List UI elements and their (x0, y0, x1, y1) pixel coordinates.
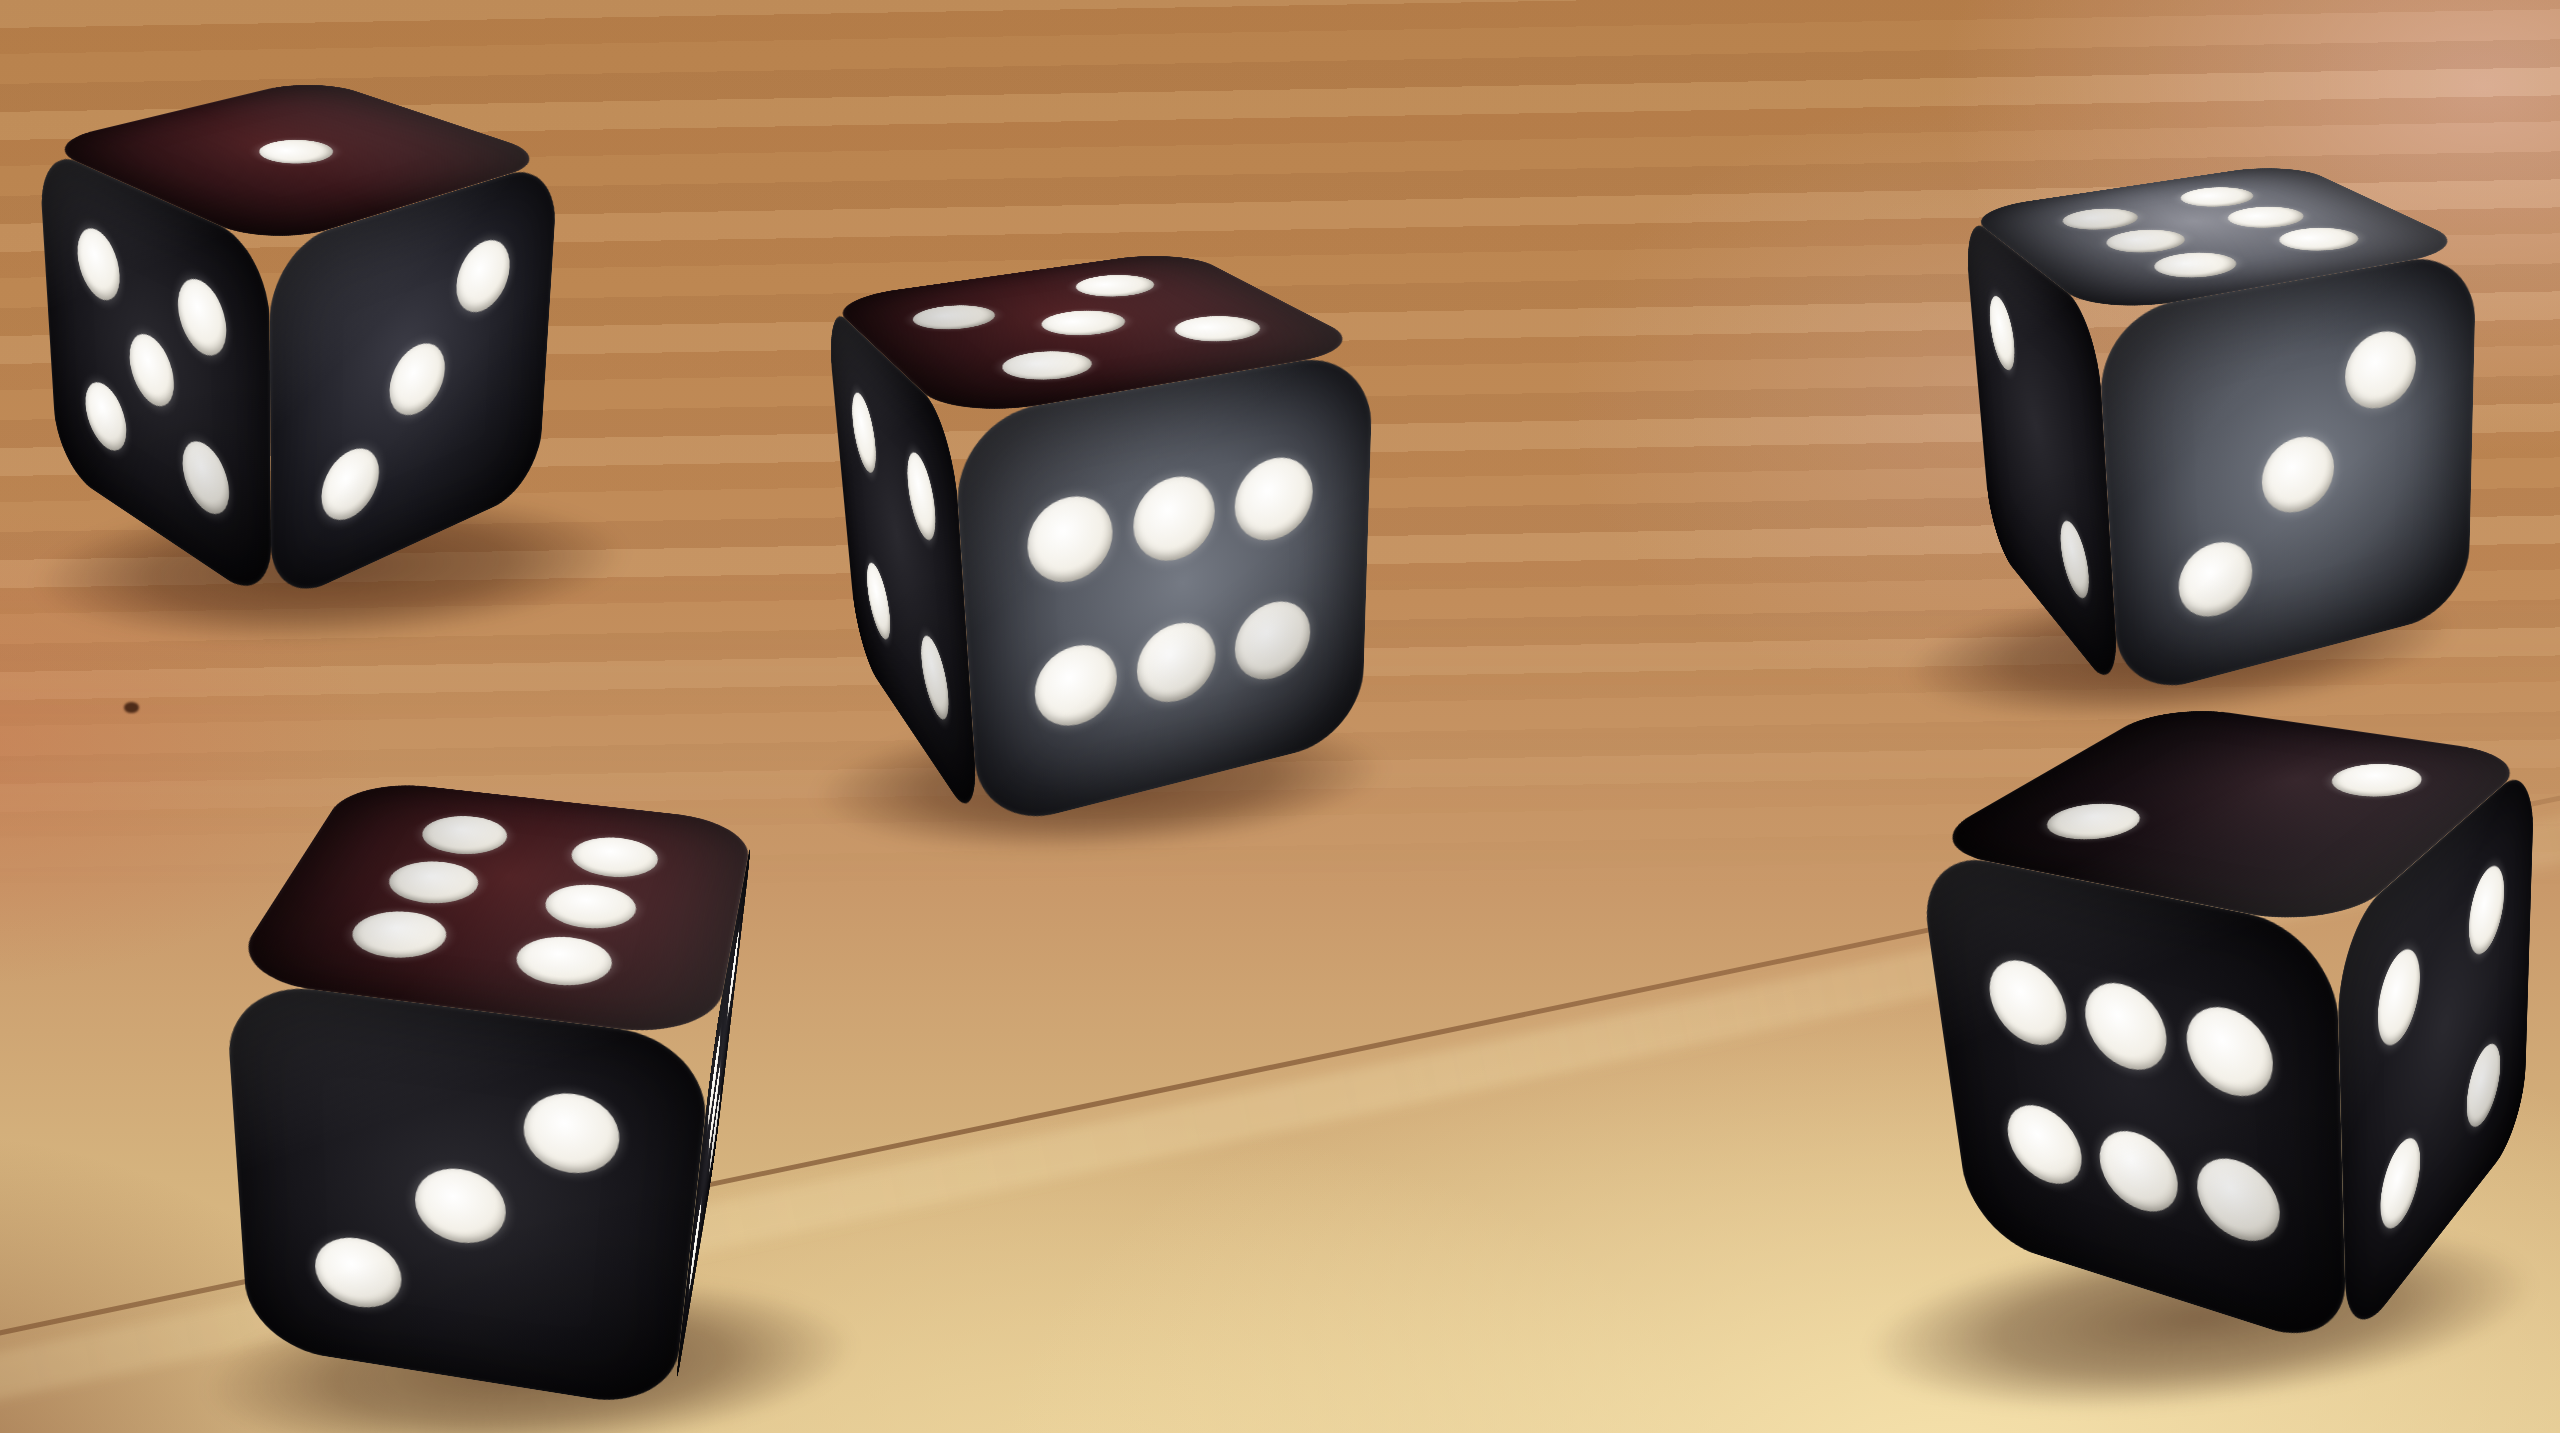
pip (2469, 852, 2506, 968)
die-4-front-pips (224, 978, 713, 1411)
pip (2264, 223, 2374, 255)
pip (2377, 934, 2420, 1062)
pip (905, 441, 938, 554)
die-4-face-front (224, 978, 713, 1411)
pip (2093, 225, 2199, 257)
pip (535, 879, 644, 934)
pip (1062, 271, 1170, 301)
pip (340, 906, 458, 964)
pip (2261, 430, 2334, 520)
pip (2214, 203, 2318, 232)
pip (986, 346, 1108, 386)
pip (83, 372, 127, 461)
pip (1033, 637, 1118, 734)
pip (2184, 998, 2275, 1105)
pip (1136, 615, 1216, 710)
pip (243, 135, 347, 168)
pip (1026, 306, 1140, 340)
pip (412, 811, 517, 859)
pip (2344, 326, 2415, 416)
pip (2058, 508, 2091, 610)
wood-knot-speck (124, 702, 139, 713)
pip (1158, 311, 1277, 346)
pip (2081, 975, 2170, 1079)
pip (1985, 952, 2071, 1053)
pip (522, 1088, 622, 1180)
pip (1987, 288, 2017, 381)
pip (1235, 594, 1311, 687)
pip (864, 551, 892, 652)
pip (1235, 451, 1314, 548)
pip (2380, 1122, 2420, 1246)
photo-of-dice-on-table (0, 0, 2560, 1433)
pip (2096, 1122, 2181, 1222)
pip (181, 430, 229, 526)
pip (177, 268, 227, 365)
pip (1025, 489, 1113, 590)
pip (849, 383, 878, 484)
pip (899, 301, 1009, 335)
pip (2177, 534, 2253, 624)
pip (314, 1232, 402, 1314)
pip (127, 323, 174, 416)
pip (2317, 759, 2437, 802)
pip (2003, 1096, 2085, 1193)
pip (2466, 1030, 2501, 1142)
pip (505, 931, 620, 992)
pip (455, 233, 511, 322)
pip (562, 832, 665, 882)
pip (378, 856, 489, 909)
pip (2194, 1149, 2281, 1252)
pip (919, 622, 951, 734)
pip (389, 335, 446, 425)
pip (75, 219, 120, 309)
pip (2140, 248, 2252, 283)
pip (1132, 470, 1215, 569)
pip (321, 438, 380, 530)
pip (415, 1163, 507, 1249)
pip (2028, 799, 2157, 846)
